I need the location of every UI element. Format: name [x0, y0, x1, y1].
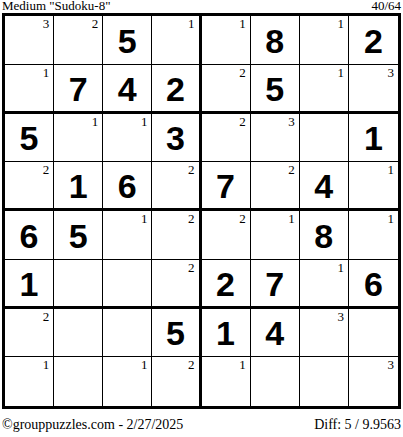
pencil-mark: 1 [141, 212, 148, 225]
pencil-mark: 1 [239, 358, 246, 371]
cell-r6c3 [103, 260, 152, 309]
pencil-mark: 3 [388, 66, 395, 79]
cell-r3c5: 2 [202, 114, 251, 163]
given-digit: 1 [202, 309, 250, 357]
cell-r3c6: 3 [251, 114, 300, 163]
cell-r7c8 [349, 309, 398, 358]
difficulty-text: Diff: 5 / 9.9563 [314, 417, 401, 432]
cell-r4c7: 4 [300, 162, 349, 211]
cell-r4c3: 6 [103, 162, 152, 211]
cell-r2c4: 2 [152, 65, 201, 114]
pencil-mark: 1 [43, 66, 50, 79]
pencil-mark: 2 [188, 358, 195, 371]
cell-r2c3: 4 [103, 65, 152, 114]
given-digit: 6 [349, 260, 398, 306]
pencil-mark: 1 [337, 17, 344, 30]
given-digit: 2 [152, 65, 198, 111]
given-digit: 7 [54, 65, 102, 111]
cell-r7c6: 4 [251, 309, 300, 358]
given-digit: 2 [349, 16, 398, 64]
pencil-mark: 1 [388, 163, 395, 176]
given-digit: 6 [5, 211, 53, 259]
pencil-mark: 2 [92, 17, 99, 30]
cell-r5c5: 2 [202, 211, 251, 260]
given-digit: 6 [103, 162, 151, 208]
pencil-mark: 1 [288, 212, 295, 225]
pencil-mark: 3 [337, 310, 344, 323]
given-digit: 1 [349, 114, 398, 162]
cell-r7c7: 3 [300, 309, 349, 358]
cell-r4c8: 1 [349, 162, 398, 211]
cell-r1c6: 8 [251, 16, 300, 65]
cell-r7c3 [103, 309, 152, 358]
cell-r5c7: 8 [300, 211, 349, 260]
cell-r8c3: 1 [103, 357, 152, 406]
given-digit: 5 [54, 211, 102, 259]
puzzle-title: Medium "Sudoku-8" [2, 0, 110, 12]
pencil-mark: 2 [188, 163, 195, 176]
cell-r6c5: 2 [202, 260, 251, 309]
cell-r3c1: 5 [5, 114, 54, 163]
given-digit: 5 [5, 114, 53, 162]
cell-r4c6: 2 [251, 162, 300, 211]
pencil-mark: 2 [43, 163, 50, 176]
cell-r8c4: 2 [152, 357, 201, 406]
pencil-mark: 2 [188, 261, 195, 274]
given-digit: 7 [202, 162, 250, 208]
cell-r3c3: 1 [103, 114, 152, 163]
given-digit: 1 [5, 260, 53, 306]
given-digit: 4 [103, 65, 151, 111]
pencil-mark: 2 [288, 163, 295, 176]
cell-r1c2: 2 [54, 16, 103, 65]
pencil-mark: 1 [43, 358, 50, 371]
cell-r1c1: 3 [5, 16, 54, 65]
given-digit: 1 [54, 162, 102, 208]
header: Medium "Sudoku-8" 40/64 [2, 0, 401, 12]
given-digit: 7 [251, 260, 299, 306]
cell-r4c2: 1 [54, 162, 103, 211]
cell-r8c8: 3 [349, 357, 398, 406]
cell-r5c6: 1 [251, 211, 300, 260]
cell-r2c6: 5 [251, 65, 300, 114]
cell-r3c7 [300, 114, 349, 163]
pencil-mark: 3 [288, 115, 295, 128]
cell-r4c5: 7 [202, 162, 251, 211]
cell-r2c2: 7 [54, 65, 103, 114]
cell-r2c8: 3 [349, 65, 398, 114]
cell-r5c4: 2 [152, 211, 201, 260]
cell-r4c1: 2 [5, 162, 54, 211]
pencil-mark: 2 [239, 66, 246, 79]
cell-r7c1: 2 [5, 309, 54, 358]
pencil-mark: 1 [92, 115, 99, 128]
cell-r3c4: 3 [152, 114, 201, 163]
cell-r1c7: 1 [300, 16, 349, 65]
given-digit: 2 [202, 260, 250, 306]
pencil-mark: 3 [43, 17, 50, 30]
cell-r5c1: 6 [5, 211, 54, 260]
pencil-mark: 1 [188, 17, 195, 30]
cell-r6c7: 1 [300, 260, 349, 309]
footer: ©grouppuzzles.com - 2/27/2025 Diff: 5 / … [2, 417, 401, 432]
cell-r1c8: 2 [349, 16, 398, 65]
cell-r5c8: 1 [349, 211, 398, 260]
cell-r4c4: 2 [152, 162, 201, 211]
given-digit: 4 [300, 162, 348, 208]
pencil-mark: 1 [141, 115, 148, 128]
cell-r6c1: 1 [5, 260, 54, 309]
given-digit: 5 [251, 65, 299, 111]
given-digit: 4 [251, 309, 299, 357]
cell-counter: 40/64 [371, 0, 401, 12]
cell-r6c2 [54, 260, 103, 309]
pencil-mark: 2 [239, 115, 246, 128]
cell-r7c4: 5 [152, 309, 201, 358]
sudoku-page: Medium "Sudoku-8" 40/64 3251181217422513… [0, 0, 403, 437]
pencil-mark: 1 [337, 261, 344, 274]
pencil-mark: 1 [337, 66, 344, 79]
cell-r6c4: 2 [152, 260, 201, 309]
cell-r3c2: 1 [54, 114, 103, 163]
pencil-mark: 1 [141, 358, 148, 371]
cell-r7c5: 1 [202, 309, 251, 358]
cell-r6c8: 6 [349, 260, 398, 309]
pencil-mark: 2 [188, 212, 195, 225]
pencil-mark: 2 [43, 310, 50, 323]
pencil-mark: 1 [239, 17, 246, 30]
cell-r5c3: 1 [103, 211, 152, 260]
cell-r8c2 [54, 357, 103, 406]
given-digit: 3 [152, 114, 198, 162]
pencil-mark: 2 [239, 212, 246, 225]
given-digit: 8 [300, 211, 348, 259]
cell-r8c1: 1 [5, 357, 54, 406]
cell-r8c7 [300, 357, 349, 406]
cell-r3c8: 1 [349, 114, 398, 163]
cell-r8c5: 1 [202, 357, 251, 406]
cell-r8c6 [251, 357, 300, 406]
sudoku-board: 3251181217422513511323121627241651221811… [2, 13, 401, 409]
cell-r6c6: 7 [251, 260, 300, 309]
cell-r7c2 [54, 309, 103, 358]
pencil-mark: 1 [388, 212, 395, 225]
cell-r1c5: 1 [202, 16, 251, 65]
given-digit: 5 [103, 16, 151, 64]
cell-r1c4: 1 [152, 16, 201, 65]
cell-r2c5: 2 [202, 65, 251, 114]
cell-r1c3: 5 [103, 16, 152, 65]
copyright-text: ©grouppuzzles.com - 2/27/2025 [2, 417, 183, 432]
cell-r2c7: 1 [300, 65, 349, 114]
pencil-mark: 3 [388, 358, 395, 371]
cell-r5c2: 5 [54, 211, 103, 260]
given-digit: 5 [152, 309, 198, 357]
given-digit: 8 [251, 16, 299, 64]
cell-r2c1: 1 [5, 65, 54, 114]
